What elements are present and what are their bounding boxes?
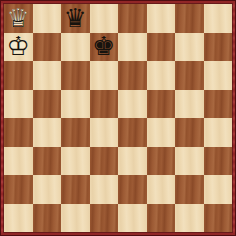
square-e2[interactable] — [118, 175, 147, 204]
square-b7[interactable] — [33, 33, 62, 62]
square-h8[interactable] — [204, 4, 233, 33]
king-glyph: ♚ — [90, 33, 119, 62]
piece-black-queen[interactable]: ♛ — [61, 4, 90, 33]
chess-board: ♛♕♛♚♔♚ — [4, 4, 232, 232]
square-a8[interactable]: ♛♕ — [4, 4, 33, 33]
square-f3[interactable] — [147, 147, 176, 176]
square-d7[interactable]: ♚ — [90, 33, 119, 62]
square-a4[interactable] — [4, 118, 33, 147]
square-f6[interactable] — [147, 61, 176, 90]
square-e6[interactable] — [118, 61, 147, 90]
square-c8[interactable]: ♛ — [61, 4, 90, 33]
square-f1[interactable] — [147, 204, 176, 233]
square-a7[interactable]: ♚♔ — [4, 33, 33, 62]
square-d5[interactable] — [90, 90, 119, 119]
square-a3[interactable] — [4, 147, 33, 176]
square-c1[interactable] — [61, 204, 90, 233]
queen-glyph: ♛ — [61, 4, 90, 33]
square-b8[interactable] — [33, 4, 62, 33]
square-d1[interactable] — [90, 204, 119, 233]
square-g8[interactable] — [175, 4, 204, 33]
square-f2[interactable] — [147, 175, 176, 204]
square-d8[interactable] — [90, 4, 119, 33]
square-e1[interactable] — [118, 204, 147, 233]
square-a2[interactable] — [4, 175, 33, 204]
square-h5[interactable] — [204, 90, 233, 119]
square-g2[interactable] — [175, 175, 204, 204]
square-f4[interactable] — [147, 118, 176, 147]
square-c7[interactable] — [61, 33, 90, 62]
king-outline-glyph: ♔ — [4, 33, 33, 62]
square-g5[interactable] — [175, 90, 204, 119]
square-b2[interactable] — [33, 175, 62, 204]
square-h1[interactable] — [204, 204, 233, 233]
square-e5[interactable] — [118, 90, 147, 119]
square-e4[interactable] — [118, 118, 147, 147]
square-b5[interactable] — [33, 90, 62, 119]
square-f5[interactable] — [147, 90, 176, 119]
square-b4[interactable] — [33, 118, 62, 147]
square-a1[interactable] — [4, 204, 33, 233]
square-e7[interactable] — [118, 33, 147, 62]
square-a6[interactable] — [4, 61, 33, 90]
square-e8[interactable] — [118, 4, 147, 33]
square-b1[interactable] — [33, 204, 62, 233]
square-g3[interactable] — [175, 147, 204, 176]
square-e3[interactable] — [118, 147, 147, 176]
square-f7[interactable] — [147, 33, 176, 62]
square-f8[interactable] — [147, 4, 176, 33]
square-g4[interactable] — [175, 118, 204, 147]
square-h7[interactable] — [204, 33, 233, 62]
piece-white-king[interactable]: ♚♔ — [4, 33, 33, 62]
square-c6[interactable] — [61, 61, 90, 90]
square-d3[interactable] — [90, 147, 119, 176]
square-c4[interactable] — [61, 118, 90, 147]
square-g1[interactable] — [175, 204, 204, 233]
square-h4[interactable] — [204, 118, 233, 147]
square-c2[interactable] — [61, 175, 90, 204]
square-d4[interactable] — [90, 118, 119, 147]
square-d6[interactable] — [90, 61, 119, 90]
square-h6[interactable] — [204, 61, 233, 90]
square-b6[interactable] — [33, 61, 62, 90]
square-c5[interactable] — [61, 90, 90, 119]
piece-black-king[interactable]: ♚ — [90, 33, 119, 62]
square-h3[interactable] — [204, 147, 233, 176]
square-d2[interactable] — [90, 175, 119, 204]
square-h2[interactable] — [204, 175, 233, 204]
square-a5[interactable] — [4, 90, 33, 119]
queen-outline-glyph: ♕ — [4, 4, 33, 33]
square-c3[interactable] — [61, 147, 90, 176]
square-g6[interactable] — [175, 61, 204, 90]
board-frame: ♛♕♛♚♔♚ — [0, 0, 236, 236]
piece-white-queen[interactable]: ♛♕ — [4, 4, 33, 33]
square-b3[interactable] — [33, 147, 62, 176]
square-g7[interactable] — [175, 33, 204, 62]
